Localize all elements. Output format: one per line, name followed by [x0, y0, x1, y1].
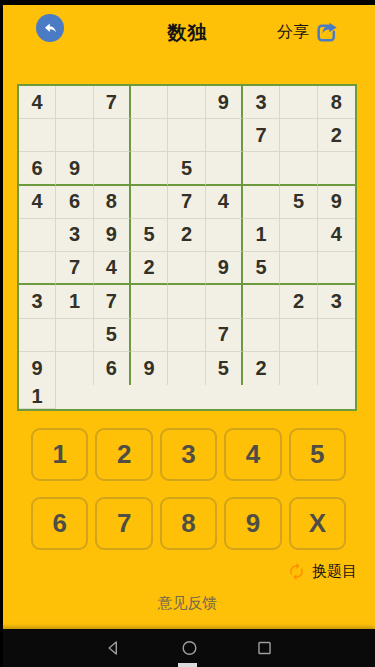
cell-r9c3[interactable]: 6: [94, 352, 131, 385]
cell-r9c7[interactable]: 2: [243, 352, 280, 385]
cell-r2c8[interactable]: [280, 119, 317, 152]
cell-r5c4[interactable]: 5: [131, 219, 168, 252]
cell-r7c3[interactable]: 7: [94, 285, 131, 318]
cell-r3c1[interactable]: 6: [19, 152, 56, 185]
screen-top-bezel: [0, 0, 375, 5]
cell-r8c4[interactable]: [131, 319, 168, 352]
cell-r1c4[interactable]: [131, 86, 168, 119]
cell-r7c6[interactable]: [206, 285, 243, 318]
cell-r6c7[interactable]: 5: [243, 252, 280, 285]
cell-r9c5[interactable]: [168, 352, 205, 385]
cell-r1c6[interactable]: 9: [206, 86, 243, 119]
keypad-row-1: 12345: [31, 428, 346, 481]
cell-r8c1[interactable]: [19, 319, 56, 352]
share-icon: [314, 20, 339, 45]
cell-r4c6[interactable]: 4: [206, 186, 243, 219]
cell-r3c2[interactable]: 9: [56, 152, 93, 185]
cell-r9c9[interactable]: [318, 352, 355, 385]
cell-r1c5[interactable]: [168, 86, 205, 119]
cell-r1c9[interactable]: 8: [318, 86, 355, 119]
cell-r7c2[interactable]: 1: [56, 285, 93, 318]
cell-r7c5[interactable]: [168, 285, 205, 318]
android-home-icon[interactable]: [180, 639, 199, 658]
cell-r5c2[interactable]: 3: [56, 219, 93, 252]
cell-r8c9[interactable]: [318, 319, 355, 352]
android-recents-icon[interactable]: [255, 639, 274, 658]
cell-r3c8[interactable]: [280, 152, 317, 185]
cell-r1c1[interactable]: 4: [19, 86, 56, 119]
cell-r5c1[interactable]: [19, 219, 56, 252]
cell-r3c9[interactable]: [318, 152, 355, 185]
cell-r10c1[interactable]: 1: [19, 385, 56, 409]
feedback-link[interactable]: 意见反馈: [0, 594, 375, 613]
key-X[interactable]: X: [289, 497, 346, 550]
android-nav-bar: [0, 629, 375, 667]
cell-r9c8[interactable]: [280, 352, 317, 385]
cell-r2c6[interactable]: [206, 119, 243, 152]
cell-r1c7[interactable]: 3: [243, 86, 280, 119]
app-bar: 数独 分享: [0, 5, 375, 61]
key-1[interactable]: 1: [31, 428, 88, 481]
cell-r2c2[interactable]: [56, 119, 93, 152]
key-3[interactable]: 3: [160, 428, 217, 481]
cell-r4c7[interactable]: [243, 186, 280, 219]
cell-r6c3[interactable]: 4: [94, 252, 131, 285]
android-back-icon[interactable]: [104, 639, 123, 658]
cell-r6c1[interactable]: [19, 252, 56, 285]
cell-r8c6[interactable]: 7: [206, 319, 243, 352]
cell-r4c2[interactable]: 6: [56, 186, 93, 219]
cell-r9c4[interactable]: 9: [131, 352, 168, 385]
cell-r7c4[interactable]: [131, 285, 168, 318]
refresh-icon: [287, 562, 306, 581]
cell-r2c7[interactable]: 7: [243, 119, 280, 152]
change-puzzle-button[interactable]: 换题目: [287, 562, 357, 581]
cell-r6c4[interactable]: 2: [131, 252, 168, 285]
cell-r3c7[interactable]: [243, 152, 280, 185]
cell-r5c6[interactable]: [206, 219, 243, 252]
keypad-row-2: 6789X: [31, 497, 346, 550]
cell-r2c9[interactable]: 2: [318, 119, 355, 152]
change-puzzle-label: 换题目: [312, 562, 357, 581]
cell-r3c5[interactable]: 5: [168, 152, 205, 185]
cell-r6c8[interactable]: [280, 252, 317, 285]
cell-r9c1[interactable]: 9: [19, 352, 56, 385]
cell-r5c8[interactable]: [280, 219, 317, 252]
cell-r1c3[interactable]: 7: [94, 86, 131, 119]
share-button[interactable]: 分享: [277, 20, 339, 45]
cell-r7c8[interactable]: 2: [280, 285, 317, 318]
cell-r3c4[interactable]: [131, 152, 168, 185]
cell-r8c5[interactable]: [168, 319, 205, 352]
cell-r5c9[interactable]: 4: [318, 219, 355, 252]
cell-r1c8[interactable]: [280, 86, 317, 119]
cell-r4c1[interactable]: 4: [19, 186, 56, 219]
cell-r5c3[interactable]: 9: [94, 219, 131, 252]
cell-r2c1[interactable]: [19, 119, 56, 152]
cell-r4c5[interactable]: 7: [168, 186, 205, 219]
cell-r3c3[interactable]: [94, 152, 131, 185]
cell-r1c2[interactable]: [56, 86, 93, 119]
cell-r4c9[interactable]: 9: [318, 186, 355, 219]
cell-r4c4[interactable]: [131, 186, 168, 219]
sudoku-board: 4793872695468745939521474295317235796952…: [17, 84, 357, 411]
key-9[interactable]: 9: [224, 497, 281, 550]
cell-r9c2[interactable]: [56, 352, 93, 385]
cell-r6c2[interactable]: 7: [56, 252, 93, 285]
key-8[interactable]: 8: [160, 497, 217, 550]
cell-r2c3[interactable]: [94, 119, 131, 152]
cell-r8c2[interactable]: [56, 319, 93, 352]
cell-r7c1[interactable]: 3: [19, 285, 56, 318]
cell-r2c4[interactable]: [131, 119, 168, 152]
key-2[interactable]: 2: [95, 428, 152, 481]
cell-r5c7[interactable]: 1: [243, 219, 280, 252]
number-keypad: 12345 6789X: [31, 428, 346, 566]
cell-r9c6[interactable]: 5: [206, 352, 243, 385]
home-indicator: [178, 663, 197, 667]
screen-left-bezel: [0, 0, 3, 667]
cell-r8c8[interactable]: [280, 319, 317, 352]
cell-r5c5[interactable]: 2: [168, 219, 205, 252]
share-label: 分享: [277, 22, 309, 43]
cell-r3c6[interactable]: [206, 152, 243, 185]
cell-r7c9[interactable]: 3: [318, 285, 355, 318]
cell-r6c6[interactable]: 9: [206, 252, 243, 285]
app-screen: 数独 分享 4793872695468745939521474295317235…: [0, 0, 375, 667]
key-7[interactable]: 7: [95, 497, 152, 550]
cell-r6c5[interactable]: [168, 252, 205, 285]
cell-r8c7[interactable]: [243, 319, 280, 352]
cell-r2c5[interactable]: [168, 119, 205, 152]
cell-r4c3[interactable]: 8: [94, 186, 131, 219]
key-4[interactable]: 4: [224, 428, 281, 481]
cell-r7c7[interactable]: [243, 285, 280, 318]
cell-r6c9[interactable]: [318, 252, 355, 285]
key-5[interactable]: 5: [289, 428, 346, 481]
cell-r4c8[interactable]: 5: [280, 186, 317, 219]
key-6[interactable]: 6: [31, 497, 88, 550]
cell-r8c3[interactable]: 5: [94, 319, 131, 352]
